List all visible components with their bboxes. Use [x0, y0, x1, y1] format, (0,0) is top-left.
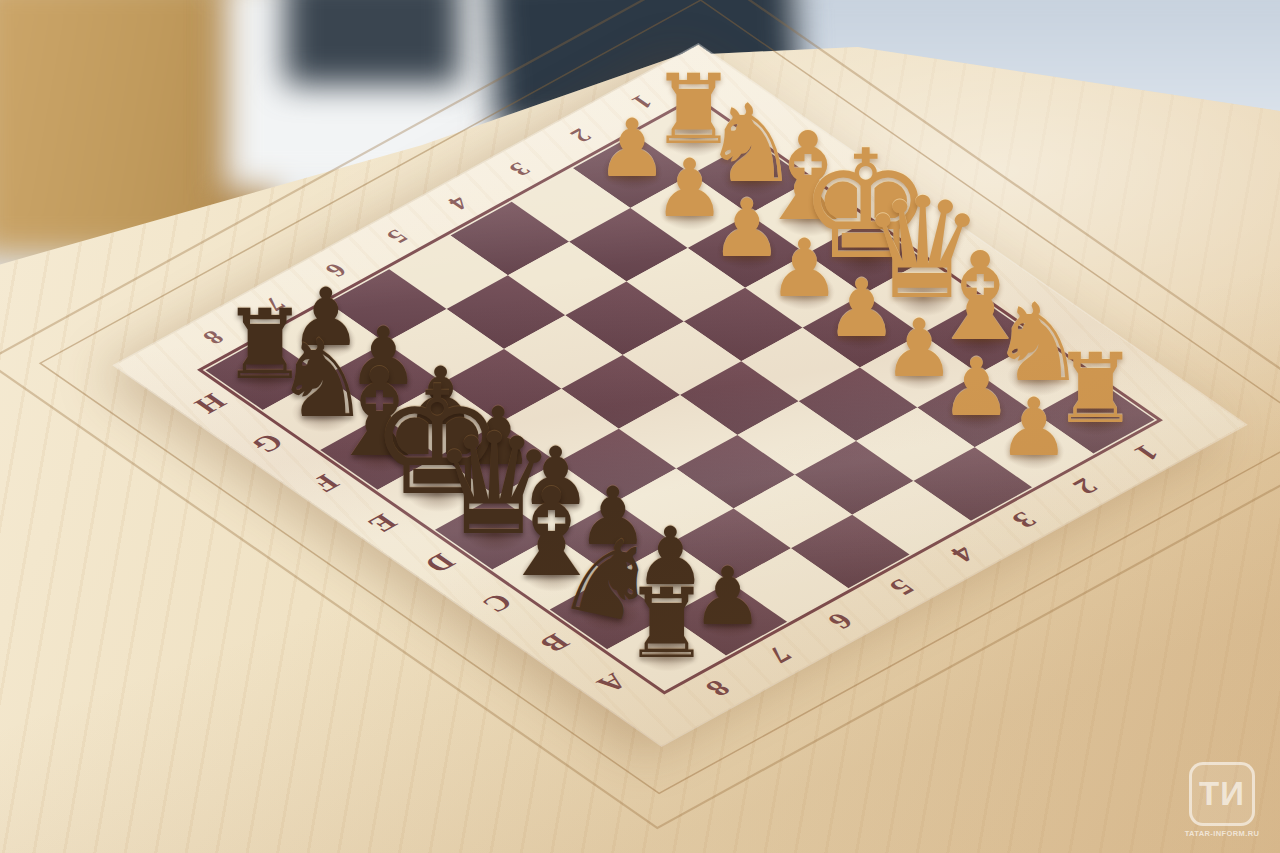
white-pawn-icon: ♟: [998, 388, 1070, 468]
background-dark-object: [285, 0, 460, 85]
watermark: ТИ TATAR-INFORM.RU: [1184, 762, 1260, 838]
watermark-logo-text: ТИ: [1199, 775, 1245, 813]
black-rook-icon: ♜: [623, 576, 709, 672]
watermark-logo: ТИ: [1189, 762, 1255, 826]
piece-black-rook-a8: ♜: [607, 616, 726, 690]
watermark-caption: TATAR-INFORM.RU: [1184, 829, 1260, 838]
chess-photo-scene: HGFEDCBA1234567812345678 ♜♞♝♚♛♝♞♜♟♟♟♟♟♟♟…: [0, 0, 1280, 853]
